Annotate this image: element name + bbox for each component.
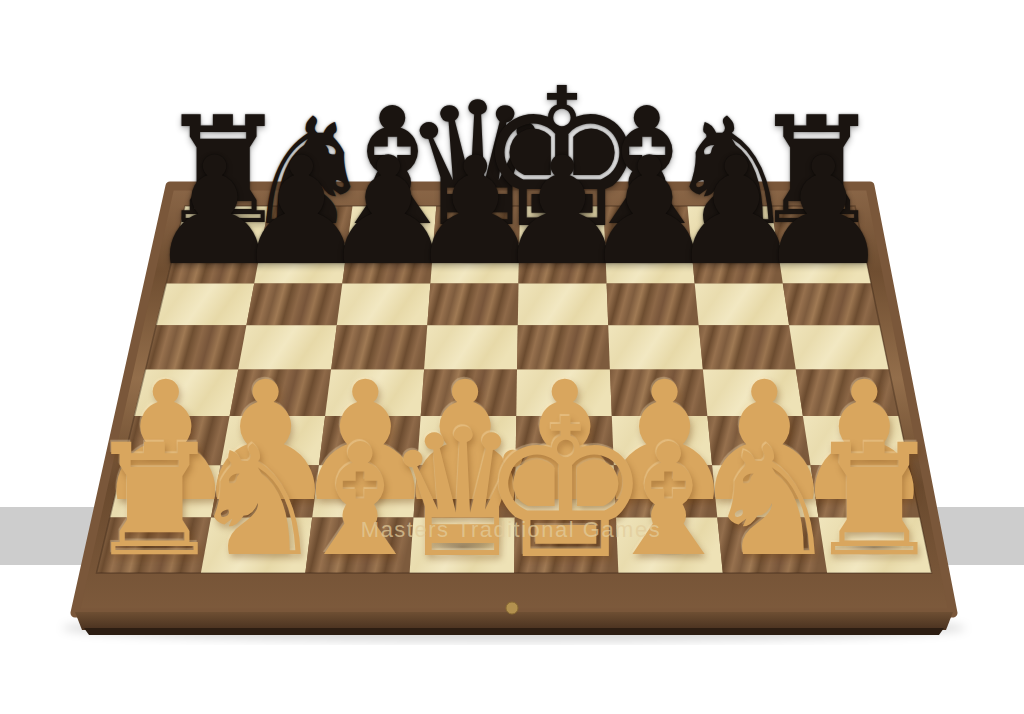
watermark-text: Masters Traditional Games xyxy=(361,517,661,543)
board-bottom-lip xyxy=(84,628,944,635)
piece-black-pawn-h7[interactable]: ♟ xyxy=(756,137,890,286)
brass-dot xyxy=(506,602,518,614)
chess-set-product-photo: ♜♞♝♛♚♝♞♜♟♟♟♟♟♟♟♟♟♟♟♟♟♟♟♟♜♞♝♛♚♝♞♜ Masters… xyxy=(0,0,1024,714)
board-front-face xyxy=(75,612,953,630)
piece-white-rook-h1[interactable]: ♜ xyxy=(805,424,943,578)
